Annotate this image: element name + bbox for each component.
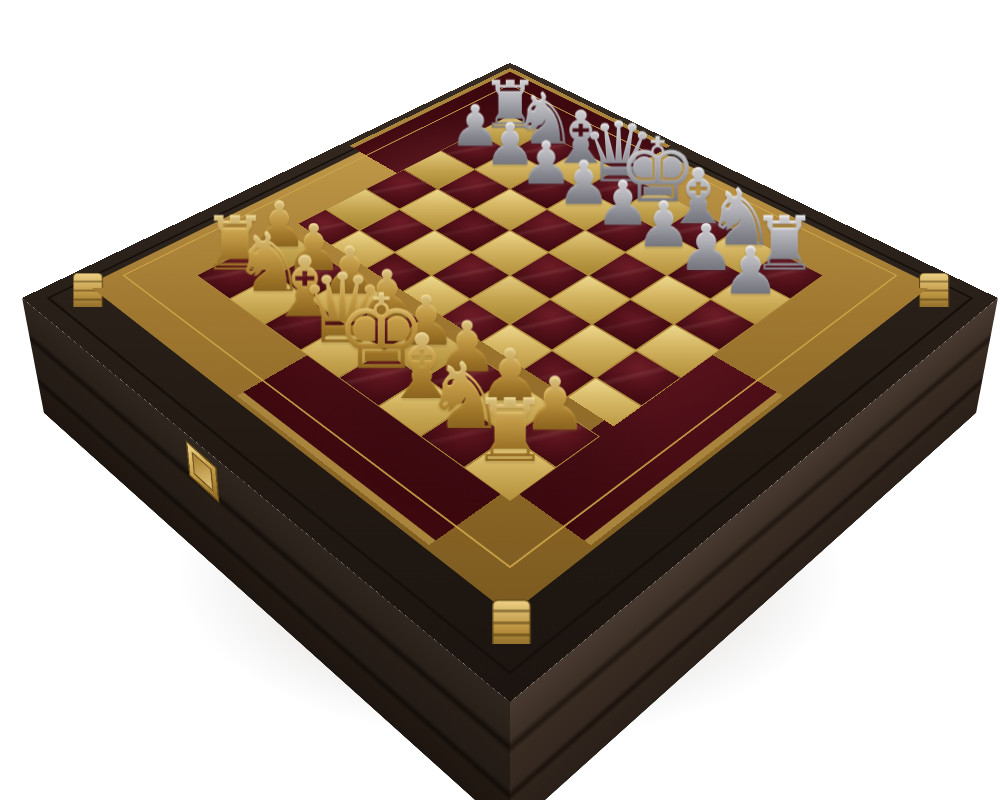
piece-glyph: ♟ bbox=[721, 237, 780, 303]
product-photo-stage: ♜♜♞♞♝♝♛♛♚♚♝♝♞♞♜♜♟♟♟♟♟♟♟♟♟♟♟♟♟♟♟♟♟♟♟♟♟♟♟♟… bbox=[0, 0, 1000, 800]
piece-glyph: ♜ bbox=[471, 386, 550, 474]
